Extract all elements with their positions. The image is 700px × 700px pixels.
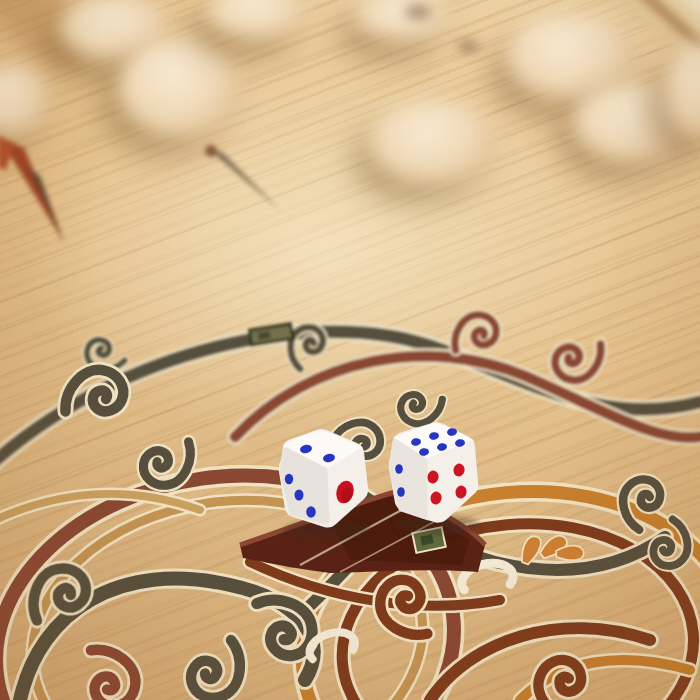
point-triangle-olive (205, 145, 281, 211)
point-triangle-red (0, 136, 64, 242)
photo-scene (0, 0, 700, 700)
board-artwork (0, 0, 700, 700)
